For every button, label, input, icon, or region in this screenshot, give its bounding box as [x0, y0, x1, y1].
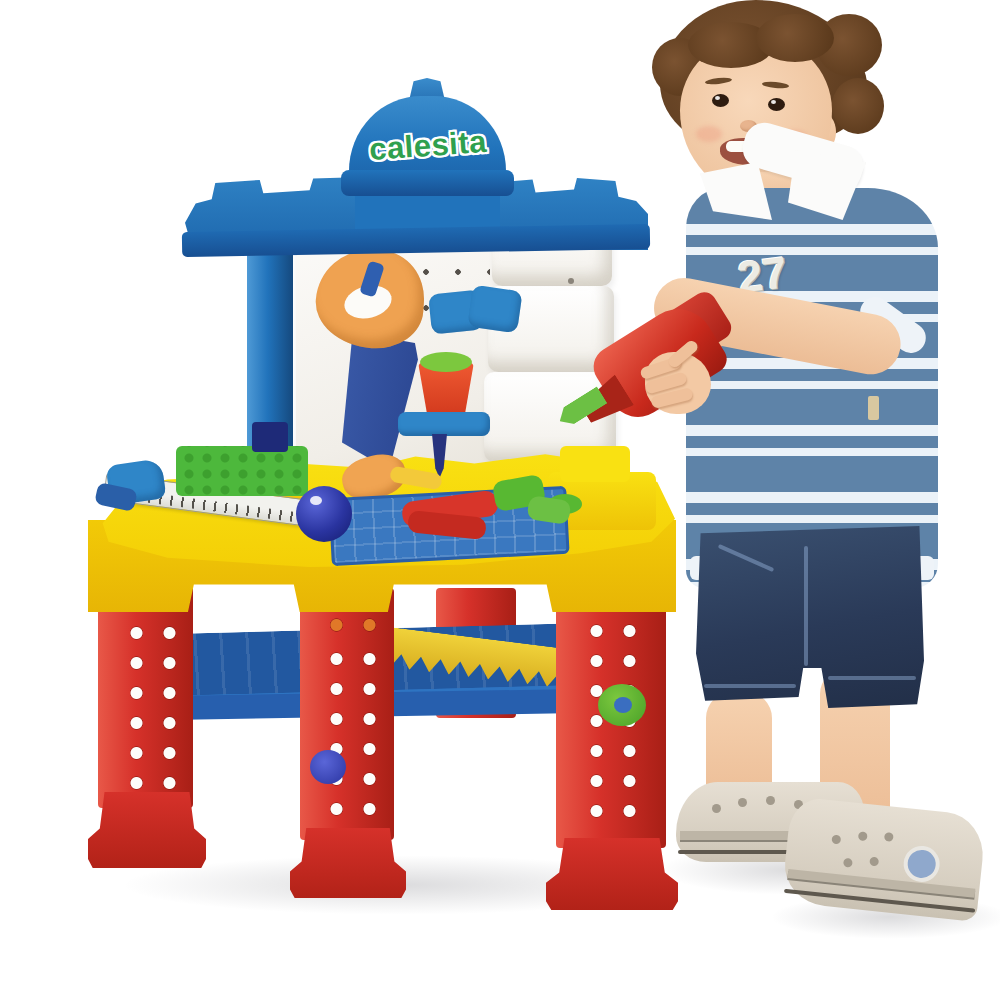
clog-hole [712, 804, 721, 813]
clog-shoe-right [781, 796, 987, 922]
clog-hole [843, 858, 853, 868]
yellow-block-2 [560, 446, 630, 482]
clog-hole [869, 857, 879, 867]
eye-left [712, 94, 729, 107]
drawer-screw [568, 278, 574, 284]
cheek-blush-left [696, 126, 722, 142]
eye-right [768, 98, 785, 111]
hair-curl-3 [832, 78, 884, 134]
leg-left-foot [88, 792, 206, 868]
clog-hole [858, 831, 868, 841]
leg-left-holes [116, 584, 178, 799]
leg-front-center [300, 588, 394, 840]
blue-knob [310, 750, 346, 784]
eye-glint [715, 96, 720, 100]
leg-center-holes [316, 640, 378, 830]
shorts-hem-stitch-2 [828, 676, 916, 680]
clog-hole [738, 798, 747, 807]
toy-clamp-crossbar [398, 412, 490, 436]
toy-clamp-rim [420, 352, 472, 372]
green-knob-center [614, 697, 632, 713]
shorts-hem-stitch [704, 684, 796, 688]
leg-right-foot [546, 838, 678, 910]
clog-hole [831, 834, 841, 844]
ball-knob [296, 486, 352, 542]
toy-wrench-blue-2 [467, 285, 522, 334]
clog-hole [884, 832, 894, 842]
photo-canvas: calesita [0, 0, 1000, 1000]
shorts-pocket [718, 544, 774, 572]
leg-center-foot [290, 828, 406, 898]
stud-baseplate [176, 446, 308, 496]
clog-hole [766, 796, 775, 805]
brand-sign-base [341, 170, 514, 196]
navy-block [252, 422, 288, 452]
eye-glint [771, 100, 776, 104]
hair-fringe-2 [756, 14, 834, 62]
shirt-side-tag [868, 396, 879, 420]
denim-shorts [696, 526, 924, 708]
ball-knob-glint [310, 496, 322, 505]
shorts-seam [804, 546, 808, 666]
shoe-badge [902, 844, 942, 884]
